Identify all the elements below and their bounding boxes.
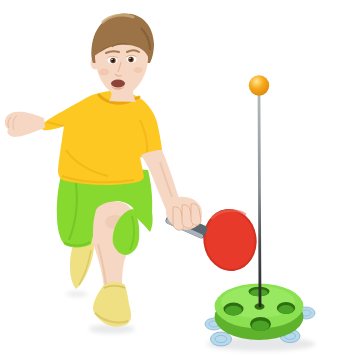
mouth-open xyxy=(111,80,125,88)
base-hole xyxy=(250,317,271,331)
right-eye xyxy=(127,55,137,63)
back-sock xyxy=(70,241,94,289)
base-hole xyxy=(277,302,295,314)
boy xyxy=(5,14,184,327)
base-hole xyxy=(224,303,244,316)
suction-cup xyxy=(211,332,232,346)
scene-svg xyxy=(0,0,360,360)
left-hand xyxy=(5,112,45,137)
left-cheek xyxy=(99,69,109,76)
paddle-blade xyxy=(199,206,260,275)
left-arm xyxy=(5,112,45,137)
photo-canvas xyxy=(0,0,360,360)
back-foot-shadow xyxy=(66,291,88,297)
front-sock xyxy=(93,282,131,327)
right-cheek xyxy=(134,67,143,73)
flex-rod xyxy=(259,94,260,306)
front-foot xyxy=(93,282,131,327)
left-eye xyxy=(108,56,118,64)
training-ball xyxy=(249,75,269,95)
head xyxy=(91,14,155,96)
